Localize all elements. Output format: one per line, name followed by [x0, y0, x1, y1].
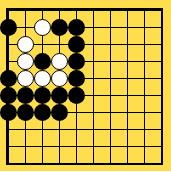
intersection[interactable]: [153, 19, 170, 36]
intersection[interactable]: [34, 36, 51, 53]
intersection[interactable]: [51, 36, 68, 53]
intersection[interactable]: [119, 53, 136, 70]
intersection[interactable]: [153, 155, 170, 172]
go-board: [6, 8, 163, 165]
intersection[interactable]: [85, 121, 102, 138]
intersection[interactable]: [119, 155, 136, 172]
white-stone: [17, 36, 34, 53]
black-stone: [0, 87, 17, 104]
go-board-cells: [0, 2, 170, 172]
intersection[interactable]: [34, 87, 51, 104]
intersection[interactable]: [153, 104, 170, 121]
intersection[interactable]: [34, 121, 51, 138]
intersection[interactable]: [119, 70, 136, 87]
intersection[interactable]: [102, 70, 119, 87]
intersection[interactable]: [68, 36, 85, 53]
intersection[interactable]: [51, 53, 68, 70]
intersection[interactable]: [85, 104, 102, 121]
intersection[interactable]: [68, 2, 85, 19]
intersection[interactable]: [51, 87, 68, 104]
intersection[interactable]: [0, 104, 17, 121]
intersection[interactable]: [34, 155, 51, 172]
intersection[interactable]: [0, 36, 17, 53]
intersection[interactable]: [153, 53, 170, 70]
intersection[interactable]: [0, 155, 17, 172]
black-stone: [34, 104, 51, 121]
black-stone: [0, 70, 17, 87]
intersection[interactable]: [102, 138, 119, 155]
black-stone: [0, 104, 17, 121]
intersection[interactable]: [136, 104, 153, 121]
intersection[interactable]: [85, 70, 102, 87]
intersection[interactable]: [68, 138, 85, 155]
intersection[interactable]: [102, 2, 119, 19]
intersection[interactable]: [17, 2, 34, 19]
intersection[interactable]: [102, 87, 119, 104]
intersection[interactable]: [0, 53, 17, 70]
intersection[interactable]: [0, 87, 17, 104]
intersection[interactable]: [153, 2, 170, 19]
intersection[interactable]: [17, 87, 34, 104]
intersection[interactable]: [34, 104, 51, 121]
white-stone: [51, 70, 68, 87]
white-stone: [17, 53, 34, 70]
intersection[interactable]: [136, 2, 153, 19]
intersection[interactable]: [17, 53, 34, 70]
intersection[interactable]: [85, 36, 102, 53]
intersection[interactable]: [68, 70, 85, 87]
intersection[interactable]: [17, 70, 34, 87]
intersection[interactable]: [102, 53, 119, 70]
white-stone: [34, 19, 51, 36]
intersection[interactable]: [0, 19, 17, 36]
intersection[interactable]: [68, 53, 85, 70]
intersection[interactable]: [153, 87, 170, 104]
black-stone: [68, 87, 85, 104]
intersection[interactable]: [51, 155, 68, 172]
white-stone: [34, 70, 51, 87]
intersection[interactable]: [34, 19, 51, 36]
intersection[interactable]: [17, 19, 34, 36]
intersection[interactable]: [51, 19, 68, 36]
black-stone: [34, 53, 51, 70]
black-stone: [17, 87, 34, 104]
black-stone: [17, 104, 34, 121]
intersection[interactable]: [136, 53, 153, 70]
intersection[interactable]: [119, 138, 136, 155]
black-stone: [34, 87, 51, 104]
intersection[interactable]: [136, 87, 153, 104]
intersection[interactable]: [119, 121, 136, 138]
white-stone: [17, 70, 34, 87]
intersection[interactable]: [85, 87, 102, 104]
board-background: [0, 0, 171, 171]
intersection[interactable]: [85, 155, 102, 172]
intersection[interactable]: [17, 36, 34, 53]
intersection[interactable]: [34, 70, 51, 87]
intersection[interactable]: [102, 19, 119, 36]
intersection[interactable]: [85, 2, 102, 19]
intersection[interactable]: [136, 155, 153, 172]
black-stone: [68, 36, 85, 53]
black-stone: [68, 53, 85, 70]
intersection[interactable]: [34, 138, 51, 155]
intersection[interactable]: [34, 53, 51, 70]
intersection[interactable]: [153, 121, 170, 138]
black-stone: [0, 19, 17, 36]
intersection[interactable]: [136, 70, 153, 87]
intersection[interactable]: [136, 121, 153, 138]
intersection[interactable]: [68, 104, 85, 121]
intersection[interactable]: [136, 36, 153, 53]
intersection[interactable]: [102, 36, 119, 53]
intersection[interactable]: [153, 36, 170, 53]
intersection[interactable]: [51, 104, 68, 121]
intersection[interactable]: [51, 138, 68, 155]
intersection[interactable]: [119, 2, 136, 19]
intersection[interactable]: [0, 138, 17, 155]
intersection[interactable]: [153, 138, 170, 155]
intersection[interactable]: [85, 19, 102, 36]
intersection[interactable]: [68, 155, 85, 172]
intersection[interactable]: [17, 104, 34, 121]
intersection[interactable]: [51, 121, 68, 138]
black-stone: [68, 70, 85, 87]
intersection[interactable]: [0, 2, 17, 19]
intersection[interactable]: [102, 155, 119, 172]
intersection[interactable]: [17, 138, 34, 155]
black-stone: [51, 87, 68, 104]
intersection[interactable]: [119, 104, 136, 121]
intersection[interactable]: [136, 138, 153, 155]
black-stone: [51, 19, 68, 36]
intersection[interactable]: [119, 87, 136, 104]
intersection[interactable]: [17, 155, 34, 172]
intersection[interactable]: [0, 121, 17, 138]
intersection[interactable]: [119, 36, 136, 53]
intersection[interactable]: [102, 104, 119, 121]
intersection[interactable]: [68, 19, 85, 36]
intersection[interactable]: [51, 2, 68, 19]
intersection[interactable]: [51, 70, 68, 87]
intersection[interactable]: [0, 70, 17, 87]
intersection[interactable]: [102, 121, 119, 138]
intersection[interactable]: [153, 70, 170, 87]
intersection[interactable]: [136, 19, 153, 36]
intersection[interactable]: [68, 87, 85, 104]
intersection[interactable]: [34, 2, 51, 19]
intersection[interactable]: [17, 121, 34, 138]
intersection[interactable]: [85, 53, 102, 70]
intersection[interactable]: [119, 19, 136, 36]
intersection[interactable]: [85, 138, 102, 155]
intersection[interactable]: [68, 121, 85, 138]
black-stone: [51, 104, 68, 121]
white-stone: [51, 53, 68, 70]
black-stone: [68, 19, 85, 36]
